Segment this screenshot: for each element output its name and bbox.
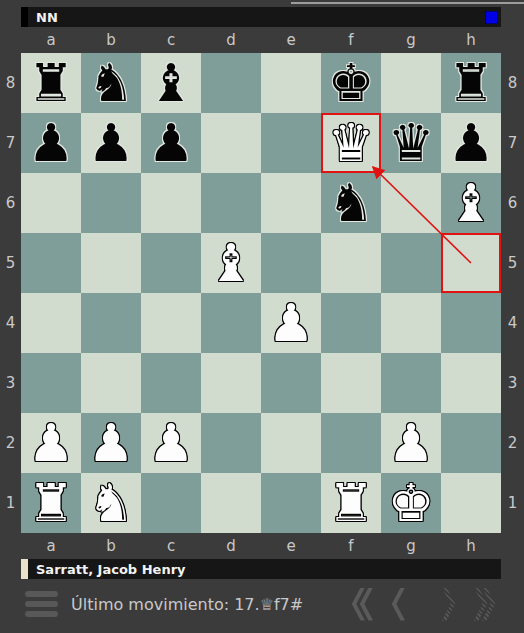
square-f1[interactable]: ♜ [321,473,381,533]
black-pawn[interactable]: ♟ [21,113,81,173]
rank-label-4: 4 [501,293,524,353]
square-b6[interactable] [81,173,141,233]
black-knight[interactable]: ♞ [81,53,141,113]
square-d1[interactable] [201,473,261,533]
square-d2[interactable] [201,413,261,473]
ranks-right: 87654321 [501,53,524,533]
square-a5[interactable] [21,233,81,293]
white-pawn[interactable]: ♟ [21,413,81,473]
rank-label-7: 7 [0,113,21,173]
hamburger-icon [25,591,58,597]
square-c1[interactable] [141,473,201,533]
previous-move-button[interactable] [390,588,405,621]
square-c3[interactable] [141,353,201,413]
square-h6[interactable]: ♝ [441,173,501,233]
file-label-h: h [441,533,501,559]
square-e8[interactable] [261,53,321,113]
file-label-f: f [321,533,381,559]
square-e6[interactable] [261,173,321,233]
file-label-f: f [321,27,381,53]
file-label-e: e [261,533,321,559]
file-label-g: g [381,533,441,559]
black-queen[interactable]: ♛ [381,113,441,173]
square-e3[interactable] [261,353,321,413]
white-bishop[interactable]: ♝ [201,233,261,293]
white-bishop[interactable]: ♝ [441,173,501,233]
square-e1[interactable] [261,473,321,533]
square-f2[interactable] [321,413,381,473]
black-rook[interactable]: ♜ [21,53,81,113]
square-d3[interactable] [201,353,261,413]
controls-bar: Último movimiento: 17.♕f7# [0,579,524,633]
square-b4[interactable] [81,293,141,353]
file-label-b: b [81,533,141,559]
files-top: abcdefgh [21,27,501,53]
square-d7[interactable] [201,113,261,173]
square-g8[interactable] [381,53,441,113]
square-g3[interactable] [381,353,441,413]
rank-label-1: 1 [0,473,21,533]
square-d8[interactable] [201,53,261,113]
square-g1[interactable]: ♚ [381,473,441,533]
square-d4[interactable] [201,293,261,353]
white-pawn[interactable]: ♟ [381,413,441,473]
move-navigation [350,588,497,621]
black-bishop[interactable]: ♝ [141,53,201,113]
file-label-d: d [201,27,261,53]
square-a8[interactable]: ♜ [21,53,81,113]
black-king[interactable]: ♚ [321,53,381,113]
square-g2[interactable]: ♟ [381,413,441,473]
square-a3[interactable] [21,353,81,413]
rank-label-3: 3 [0,353,21,413]
blue-status-square-icon [485,11,498,24]
rank-label-7: 7 [501,113,524,173]
white-rook[interactable]: ♜ [21,473,81,533]
white-player-bar: Sarratt, Jacob Henry [21,559,501,579]
square-h1[interactable] [441,473,501,533]
black-player-bar: NN [21,7,501,27]
file-label-c: c [141,27,201,53]
square-a1[interactable]: ♜ [21,473,81,533]
square-f3[interactable] [321,353,381,413]
hamburger-icon [25,611,58,617]
square-f6[interactable]: ♞ [321,173,381,233]
square-b2[interactable]: ♟ [81,413,141,473]
white-queen[interactable]: ♛ [321,113,381,173]
square-f4[interactable] [321,293,381,353]
square-c2[interactable]: ♟ [141,413,201,473]
rank-label-6: 6 [501,173,524,233]
square-h3[interactable] [441,353,501,413]
square-d6[interactable] [201,173,261,233]
rank-label-2: 2 [501,413,524,473]
board-area: 87654321 ♜♞♝♚♜♟♟♟♛♛♟♞♝♝♟♟♟♟♟♜♞♜♚ 8765432… [0,53,524,533]
white-knight[interactable]: ♞ [81,473,141,533]
chevron-left-icon [390,588,405,621]
go-to-start-button[interactable] [350,588,373,621]
menu-button[interactable] [25,591,58,617]
black-player-name: NN [36,10,58,25]
rank-label-8: 8 [0,53,21,113]
square-e4[interactable]: ♟ [261,293,321,353]
next-move-button[interactable] [442,588,457,621]
white-pawn[interactable]: ♟ [141,413,201,473]
square-h2[interactable] [441,413,501,473]
file-label-g: g [381,27,441,53]
rank-label-1: 1 [501,473,524,533]
board[interactable]: ♜♞♝♚♜♟♟♟♛♛♟♞♝♝♟♟♟♟♟♜♞♜♚ [21,53,501,533]
black-pawn[interactable]: ♟ [441,113,501,173]
files-bottom: abcdefgh [21,533,501,559]
black-pawn[interactable]: ♟ [141,113,201,173]
square-h5[interactable] [441,233,501,293]
hamburger-icon [25,601,58,607]
square-g5[interactable] [381,233,441,293]
square-a4[interactable] [21,293,81,353]
white-pawn[interactable]: ♟ [81,413,141,473]
chevron-right-icon [442,588,457,621]
square-a2[interactable]: ♟ [21,413,81,473]
file-label-e: e [261,27,321,53]
square-f8[interactable]: ♚ [321,53,381,113]
square-b8[interactable]: ♞ [81,53,141,113]
white-player-name: Sarratt, Jacob Henry [36,562,186,577]
square-b1[interactable]: ♞ [81,473,141,533]
square-c5[interactable] [141,233,201,293]
rank-label-5: 5 [0,233,21,293]
black-pawn[interactable]: ♟ [81,113,141,173]
square-h8[interactable]: ♜ [441,53,501,113]
square-c6[interactable] [141,173,201,233]
file-label-a: a [21,27,81,53]
square-e5[interactable] [261,233,321,293]
square-a7[interactable]: ♟ [21,113,81,173]
file-label-b: b [81,27,141,53]
square-d5[interactable]: ♝ [201,233,261,293]
square-c8[interactable]: ♝ [141,53,201,113]
square-f5[interactable] [321,233,381,293]
square-b3[interactable] [81,353,141,413]
black-color-indicator [21,7,28,27]
rank-label-8: 8 [501,53,524,113]
white-color-indicator [21,559,28,579]
rank-label-4: 4 [0,293,21,353]
file-label-c: c [141,533,201,559]
white-king[interactable]: ♚ [381,473,441,533]
file-label-d: d [201,533,261,559]
square-c7[interactable]: ♟ [141,113,201,173]
window-scrollbar-line [291,2,524,4]
last-move-label: Último movimiento: 17.♕f7# [71,595,303,614]
square-g6[interactable] [381,173,441,233]
white-pawn[interactable]: ♟ [261,293,321,353]
square-b7[interactable]: ♟ [81,113,141,173]
square-f7[interactable]: ♛ [321,113,381,173]
square-c4[interactable] [141,293,201,353]
square-g7[interactable]: ♛ [381,113,441,173]
ranks-left: 87654321 [0,53,21,533]
rank-label-2: 2 [0,413,21,473]
file-label-h: h [441,27,501,53]
go-to-end-button[interactable] [474,588,497,621]
square-h4[interactable] [441,293,501,353]
rank-label-6: 6 [0,173,21,233]
square-a6[interactable] [21,173,81,233]
file-label-a: a [21,533,81,559]
black-rook[interactable]: ♜ [441,53,501,113]
rank-label-5: 5 [501,233,524,293]
square-h7[interactable]: ♟ [441,113,501,173]
square-e2[interactable] [261,413,321,473]
black-knight[interactable]: ♞ [321,173,381,233]
square-e7[interactable] [261,113,321,173]
square-b5[interactable] [81,233,141,293]
square-g4[interactable] [381,293,441,353]
rank-label-3: 3 [501,353,524,413]
white-rook[interactable]: ♜ [321,473,381,533]
